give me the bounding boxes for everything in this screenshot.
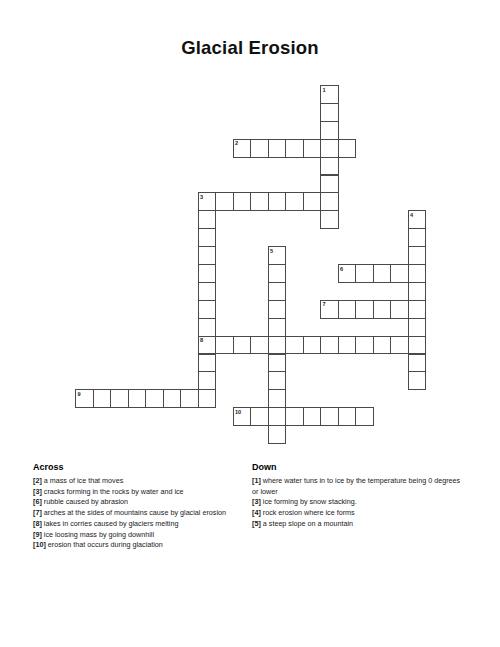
clue-number-label: [8] bbox=[33, 519, 42, 528]
clue-across-9: [9] ice loosing mass by going downhill bbox=[33, 530, 226, 541]
grid-cell-r16c7[interactable] bbox=[198, 371, 217, 390]
clue-text: a mass of ice that moves bbox=[42, 476, 124, 485]
grid-cell-r15c11[interactable] bbox=[268, 354, 287, 373]
grid-cell-r7c19[interactable]: 4 bbox=[408, 210, 427, 229]
grid-cell-r0c14[interactable]: 1 bbox=[320, 85, 339, 104]
grid-cell-r12c11[interactable] bbox=[268, 300, 287, 319]
grid-cell-r18c11[interactable] bbox=[268, 407, 287, 426]
grid-cell-r15c7[interactable] bbox=[198, 354, 217, 373]
clue-across-2: [2] a mass of ice that moves bbox=[33, 476, 226, 487]
clue-number-label: [5] bbox=[252, 519, 261, 528]
down-header: Down bbox=[252, 462, 467, 473]
clue-across-6: [6] rubble caused by abrasion bbox=[33, 497, 226, 508]
grid-cell-r18c15[interactable] bbox=[338, 407, 357, 426]
grid-cell-r13c19[interactable] bbox=[408, 318, 427, 337]
down-clue-list: [1] where water tuns in to ice by the te… bbox=[252, 476, 467, 530]
grid-cell-r3c14[interactable] bbox=[320, 139, 339, 158]
grid-cell-r14c13[interactable] bbox=[303, 336, 322, 355]
clue-text: ice loosing mass by going downhill bbox=[42, 530, 154, 539]
grid-cell-r6c9[interactable] bbox=[233, 192, 252, 211]
grid-cell-r3c9[interactable]: 2 bbox=[233, 139, 252, 158]
grid-cell-r14c9[interactable] bbox=[233, 336, 252, 355]
grid-cell-r1c14[interactable] bbox=[320, 103, 339, 122]
grid-cell-r18c9[interactable]: 10 bbox=[233, 407, 252, 426]
across-clues-section: Across [2] a mass of ice that moves[3] c… bbox=[33, 462, 226, 551]
grid-cell-r11c19[interactable] bbox=[408, 282, 427, 301]
across-clue-list: [2] a mass of ice that moves[3] cracks f… bbox=[33, 476, 226, 551]
grid-cell-r14c17[interactable] bbox=[373, 336, 392, 355]
grid-cell-r14c15[interactable] bbox=[338, 336, 357, 355]
clue-text: erosion that occurs during glaciation bbox=[46, 540, 163, 549]
cell-number-2: 2 bbox=[235, 140, 238, 146]
cell-number-9: 9 bbox=[78, 391, 81, 397]
grid-cell-r13c7[interactable] bbox=[198, 318, 217, 337]
cell-number-7: 7 bbox=[323, 301, 326, 307]
grid-cell-r14c11[interactable] bbox=[268, 336, 287, 355]
puzzle-title: Glacial Erosion bbox=[0, 37, 500, 59]
clue-down-5: [5] a steep slope on a mountain bbox=[252, 519, 467, 530]
grid-cell-r17c11[interactable] bbox=[268, 389, 287, 408]
grid-cell-r18c12[interactable] bbox=[285, 407, 304, 426]
grid-cell-r14c12[interactable] bbox=[285, 336, 304, 355]
clue-down-4: [4] rock erosion where ice forms bbox=[252, 508, 467, 519]
grid-cell-r12c17[interactable] bbox=[373, 300, 392, 319]
clue-text: ice forming by snow stacking. bbox=[261, 497, 357, 506]
grid-cell-r17c7[interactable] bbox=[198, 389, 217, 408]
cell-number-3: 3 bbox=[200, 194, 203, 200]
grid-cell-r10c19[interactable] bbox=[408, 264, 427, 283]
cell-number-8: 8 bbox=[200, 337, 203, 343]
grid-cell-r17c0[interactable]: 9 bbox=[75, 389, 94, 408]
clue-number-label: [4] bbox=[252, 508, 261, 517]
grid-cell-r18c13[interactable] bbox=[303, 407, 322, 426]
clue-number-label: [3] bbox=[33, 487, 42, 496]
grid-cell-r3c15[interactable] bbox=[338, 139, 357, 158]
clue-text: a steep slope on a mountain bbox=[261, 519, 353, 528]
grid-cell-r12c18[interactable] bbox=[390, 300, 409, 319]
grid-cell-r14c7[interactable]: 8 bbox=[198, 336, 217, 355]
grid-cell-r9c11[interactable]: 5 bbox=[268, 246, 287, 265]
crossword-grid: 12345678910 bbox=[75, 85, 427, 445]
grid-cell-r17c3[interactable] bbox=[128, 389, 147, 408]
clue-across-3: [3] cracks forming in the rocks by water… bbox=[33, 487, 226, 498]
grid-cell-r14c8[interactable] bbox=[215, 336, 234, 355]
clue-across-10: [10] erosion that occurs during glaciati… bbox=[33, 540, 226, 551]
clue-text: lakes in corries caused by glaciers melt… bbox=[42, 519, 179, 528]
grid-cell-r14c14[interactable] bbox=[320, 336, 339, 355]
cell-number-6: 6 bbox=[340, 266, 343, 272]
grid-cell-r13c11[interactable] bbox=[268, 318, 287, 337]
clue-number-label: [9] bbox=[33, 530, 42, 539]
grid-cell-r3c12[interactable] bbox=[285, 139, 304, 158]
grid-cell-r14c16[interactable] bbox=[355, 336, 374, 355]
cell-number-5: 5 bbox=[270, 248, 273, 254]
clue-text: cracks forming in the rocks by water and… bbox=[42, 487, 184, 496]
clue-number-label: [1] bbox=[252, 476, 261, 485]
grid-cell-r6c11[interactable] bbox=[268, 192, 287, 211]
clue-text: rock erosion where ice forms bbox=[261, 508, 355, 517]
grid-cell-r12c19[interactable] bbox=[408, 300, 427, 319]
grid-cell-r7c7[interactable] bbox=[198, 210, 217, 229]
clue-number-label: [10] bbox=[33, 540, 46, 549]
grid-cell-r8c19[interactable] bbox=[408, 228, 427, 247]
grid-cell-r6c14[interactable] bbox=[320, 192, 339, 211]
grid-cell-r3c11[interactable] bbox=[268, 139, 287, 158]
grid-cell-r4c14[interactable] bbox=[320, 157, 339, 176]
clue-across-8: [8] lakes in corries caused by glaciers … bbox=[33, 519, 226, 530]
cell-number-10: 10 bbox=[235, 409, 241, 415]
clue-number-label: [6] bbox=[33, 497, 42, 506]
grid-cell-r6c12[interactable] bbox=[285, 192, 304, 211]
grid-cell-r3c13[interactable] bbox=[303, 139, 322, 158]
grid-cell-r6c10[interactable] bbox=[250, 192, 269, 211]
clue-number-label: [3] bbox=[252, 497, 261, 506]
grid-cell-r6c13[interactable] bbox=[303, 192, 322, 211]
grid-cell-r18c10[interactable] bbox=[250, 407, 269, 426]
grid-cell-r10c11[interactable] bbox=[268, 264, 287, 283]
grid-cell-r10c18[interactable] bbox=[390, 264, 409, 283]
grid-cell-r12c14[interactable]: 7 bbox=[320, 300, 339, 319]
grid-cell-r16c19[interactable] bbox=[408, 371, 427, 390]
grid-cell-r10c16[interactable] bbox=[355, 264, 374, 283]
grid-cell-r17c2[interactable] bbox=[110, 389, 129, 408]
grid-cell-r17c6[interactable] bbox=[180, 389, 199, 408]
grid-cell-r5c14[interactable] bbox=[320, 175, 339, 194]
grid-cell-r10c17[interactable] bbox=[373, 264, 392, 283]
clue-text: arches at the sides of mountains cause b… bbox=[42, 508, 226, 517]
cell-number-1: 1 bbox=[323, 87, 326, 93]
grid-cell-r12c7[interactable] bbox=[198, 300, 217, 319]
grid-cell-r14c19[interactable] bbox=[408, 336, 427, 355]
grid-cell-r11c7[interactable] bbox=[198, 282, 217, 301]
clue-text: where water tuns in to ice by the temper… bbox=[252, 476, 460, 496]
across-header: Across bbox=[33, 462, 226, 473]
grid-cell-r7c14[interactable] bbox=[320, 210, 339, 229]
grid-cell-r18c14[interactable] bbox=[320, 407, 339, 426]
grid-cell-r9c19[interactable] bbox=[408, 246, 427, 265]
grid-cell-r14c10[interactable] bbox=[250, 336, 269, 355]
grid-cell-r6c8[interactable] bbox=[215, 192, 234, 211]
clue-text: rubble caused by abrasion bbox=[42, 497, 128, 506]
grid-cell-r6c7[interactable]: 3 bbox=[198, 192, 217, 211]
grid-cell-r10c15[interactable]: 6 bbox=[338, 264, 357, 283]
grid-cell-r17c4[interactable] bbox=[145, 389, 164, 408]
grid-cell-r10c7[interactable] bbox=[198, 264, 217, 283]
grid-cell-r18c16[interactable] bbox=[355, 407, 374, 426]
clue-number-label: [2] bbox=[33, 476, 42, 485]
down-clues-section: Down [1] where water tuns in to ice by t… bbox=[252, 462, 467, 530]
grid-cell-r2c14[interactable] bbox=[320, 121, 339, 140]
grid-cell-r15c19[interactable] bbox=[408, 354, 427, 373]
grid-cell-r12c15[interactable] bbox=[338, 300, 357, 319]
grid-cell-r9c7[interactable] bbox=[198, 246, 217, 265]
cell-number-4: 4 bbox=[410, 212, 413, 218]
grid-cell-r8c7[interactable] bbox=[198, 228, 217, 247]
clue-down-3: [3] ice forming by snow stacking. bbox=[252, 497, 467, 508]
clue-down-1: [1] where water tuns in to ice by the te… bbox=[252, 476, 467, 497]
grid-cell-r16c11[interactable] bbox=[268, 371, 287, 390]
grid-cell-r14c18[interactable] bbox=[390, 336, 409, 355]
grid-cell-r11c11[interactable] bbox=[268, 282, 287, 301]
grid-cell-r19c11[interactable] bbox=[268, 425, 287, 444]
grid-cell-r3c10[interactable] bbox=[250, 139, 269, 158]
clue-number-label: [7] bbox=[33, 508, 42, 517]
grid-cell-r12c16[interactable] bbox=[355, 300, 374, 319]
grid-cell-r17c1[interactable] bbox=[93, 389, 112, 408]
grid-cell-r17c5[interactable] bbox=[163, 389, 182, 408]
clue-across-7: [7] arches at the sides of mountains cau… bbox=[33, 508, 226, 519]
